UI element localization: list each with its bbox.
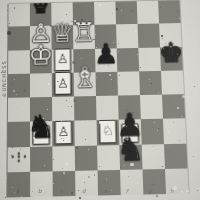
board-edge-watermark: ©UNCHESS (1, 54, 7, 104)
noise-speck (195, 94, 196, 95)
white-king-b6[interactable]: ♔ (30, 49, 52, 73)
file-labels: abcdefgh (0, 188, 200, 198)
black-king-glyph: ♚ (158, 39, 184, 67)
white-knight-glyph: ♘ (102, 124, 114, 137)
white-pawn-c5[interactable]: ♙ (52, 72, 74, 96)
black-pawn-glyph: ♟ (93, 40, 118, 68)
black-pawn-e6[interactable]: ♟ (95, 48, 117, 72)
noise-speck (187, 146, 188, 147)
noise-speck (191, 75, 192, 76)
white-bishop-d5[interactable]: ♗ (74, 72, 96, 96)
noise-speck (185, 29, 186, 30)
printed-card (33, 125, 50, 145)
noise-speck (3, 162, 4, 163)
file-label-a: a (16, 188, 20, 194)
black-king-h6[interactable]: ♚ (160, 47, 183, 71)
chessboard-photo: ♦♦ ♦ ♦♦ ♜♙♕♖♔♙♟♚♙♗♞♙♘♟♞ ©UNCHESS abcdefg… (0, 0, 200, 200)
partially-visible-piece: ♜ (30, 3, 51, 14)
noise-speck (3, 158, 4, 159)
printed-card: ♙ (54, 72, 71, 95)
noise-speck (191, 89, 192, 90)
file-label-b: b (38, 188, 42, 194)
white-pawn-b7[interactable]: ♙ (30, 26, 52, 50)
white-pawn-c3[interactable]: ♙ (52, 121, 75, 146)
white-queen-c7[interactable]: ♕ (51, 25, 73, 49)
black-pawn-f3[interactable]: ♟ (119, 119, 142, 144)
white-knight-e3[interactable]: ♘ (97, 120, 120, 145)
black-knight-b3[interactable]: ♞ (30, 121, 52, 146)
printed-card: ♙ (54, 48, 71, 71)
white-rook-glyph: ♖ (72, 19, 96, 45)
printed-card: ♙ (55, 120, 72, 144)
black-rook-glyph: ♜ (30, 3, 51, 14)
piece-layer: ♜♙♕♖♔♙♟♚♙♗♞♙♘♟♞ (7, 0, 188, 197)
black-rook-b8[interactable]: ♜ (30, 3, 52, 26)
file-label-e: e (104, 188, 107, 194)
white-pawn-glyph: ♙ (57, 125, 69, 138)
white-bishop-glyph: ♗ (72, 63, 98, 92)
chess-board: ♦♦ ♦ ♦♦ ♜♙♕♖♔♙♟♚♙♗♞♙♘♟♞ (7, 0, 188, 197)
black-knight-f2[interactable]: ♞ (119, 144, 142, 170)
white-pawn-glyph: ♙ (57, 53, 69, 66)
white-queen-glyph: ♕ (50, 19, 74, 45)
file-label-h: h (170, 188, 174, 194)
white-pawn-c6[interactable]: ♙ (52, 49, 74, 73)
printed-card (121, 123, 139, 143)
file-label-g: g (148, 188, 152, 194)
file-label-f: f (126, 188, 129, 194)
file-label-d: d (82, 188, 86, 194)
printed-card: ♘ (99, 119, 117, 143)
noise-speck (194, 86, 195, 87)
noise-speck (193, 156, 194, 157)
white-rook-d7[interactable]: ♖ (73, 25, 95, 49)
file-label-c: c (60, 188, 64, 194)
white-pawn-glyph: ♙ (57, 76, 69, 89)
